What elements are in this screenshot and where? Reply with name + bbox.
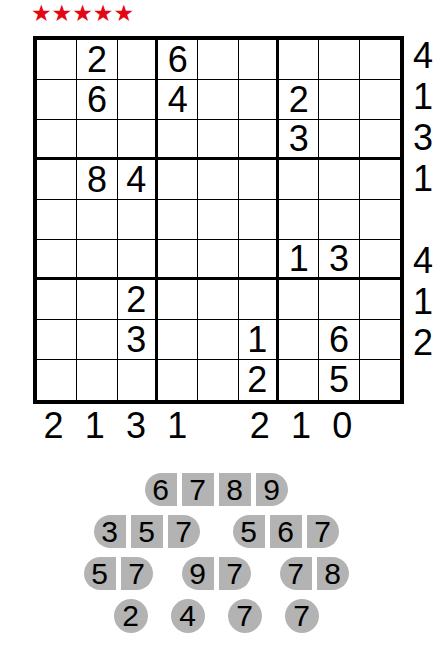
col-clue-2: 1 [74, 404, 115, 448]
cell-r4c9[interactable] [360, 160, 400, 200]
fleet-row-2: 357567 [94, 515, 339, 548]
cell-r8c5[interactable] [198, 320, 238, 360]
cell-r8c9[interactable] [360, 320, 400, 360]
cell-r2c7[interactable]: 2 [279, 80, 319, 120]
ship-segment[interactable]: 7 [280, 557, 312, 590]
ship-357: 357 [94, 515, 200, 548]
cell-r1c1[interactable] [37, 40, 77, 80]
cell-r1c5[interactable] [198, 40, 238, 80]
cell-r5c9[interactable] [360, 200, 400, 240]
ship-segment[interactable]: 7 [307, 515, 339, 548]
cell-r4c7[interactable] [279, 160, 319, 200]
fleet-row-4: 2477 [114, 599, 319, 633]
ship-segment[interactable]: 7 [219, 557, 251, 590]
cell-r9c2[interactable] [77, 360, 117, 400]
cell-r7c8[interactable] [319, 280, 359, 320]
cell-r5c4[interactable] [158, 200, 198, 240]
cell-r6c8[interactable]: 3 [319, 240, 359, 280]
cell-r3c3[interactable] [118, 120, 158, 160]
cell-r3c9[interactable] [360, 120, 400, 160]
cell-r6c6[interactable] [239, 240, 279, 280]
cell-r9c8[interactable]: 5 [319, 360, 359, 400]
ship-segment[interactable]: 5 [131, 515, 163, 548]
cell-r1c4[interactable]: 6 [158, 40, 198, 80]
cell-r6c4[interactable] [158, 240, 198, 280]
cell-r2c6[interactable] [239, 80, 279, 120]
ship-segment[interactable]: 7 [168, 515, 200, 548]
cell-r9c6[interactable]: 2 [239, 360, 279, 400]
cell-r9c4[interactable] [158, 360, 198, 400]
ship-segment[interactable]: 4 [171, 599, 205, 633]
ship-segment[interactable]: 6 [145, 473, 177, 506]
puzzle-screen: ★★★★★ 2664238413231625 4131412 2131210 6… [0, 0, 445, 652]
cell-r6c9[interactable] [360, 240, 400, 280]
cell-r2c3[interactable] [118, 80, 158, 120]
cell-r2c1[interactable] [37, 80, 77, 120]
cell-r6c5[interactable] [198, 240, 238, 280]
cell-r2c5[interactable] [198, 80, 238, 120]
row-clue-1: 4 [404, 36, 442, 77]
col-clue-8: 0 [322, 404, 363, 448]
cell-r9c5[interactable] [198, 360, 238, 400]
cell-r2c4[interactable]: 4 [158, 80, 198, 120]
cell-r3c7[interactable]: 3 [279, 120, 319, 160]
ship-7: 7 [228, 599, 262, 633]
cell-r8c1[interactable] [37, 320, 77, 360]
cell-r8c2[interactable] [77, 320, 117, 360]
cell-r7c5[interactable] [198, 280, 238, 320]
cell-r5c7[interactable] [279, 200, 319, 240]
cell-r3c5[interactable] [198, 120, 238, 160]
cell-r1c7[interactable] [279, 40, 319, 80]
row-clue-5 [404, 200, 442, 241]
cell-r8c8[interactable]: 6 [319, 320, 359, 360]
cell-r5c2[interactable] [77, 200, 117, 240]
cell-r3c6[interactable] [239, 120, 279, 160]
cell-r5c5[interactable] [198, 200, 238, 240]
cell-r4c2[interactable]: 8 [77, 160, 117, 200]
cell-r9c3[interactable] [118, 360, 158, 400]
cell-r5c1[interactable] [37, 200, 77, 240]
col-clue-6: 2 [239, 404, 280, 448]
ship-segment[interactable]: 5 [84, 557, 116, 590]
cell-r7c3[interactable]: 2 [118, 280, 158, 320]
ship-97: 97 [182, 557, 251, 590]
ship-segment[interactable]: 8 [219, 473, 251, 506]
cell-r7c7[interactable] [279, 280, 319, 320]
row-clue-3: 3 [404, 118, 442, 159]
cell-r7c2[interactable] [77, 280, 117, 320]
cell-r8c6[interactable]: 1 [239, 320, 279, 360]
ship-7: 7 [285, 599, 319, 633]
cell-r6c7[interactable]: 1 [279, 240, 319, 280]
ship-2: 2 [114, 599, 148, 633]
cell-r9c1[interactable] [37, 360, 77, 400]
fleet-row-3: 579778 [84, 557, 349, 590]
cell-r7c9[interactable] [360, 280, 400, 320]
ship-segment[interactable]: 9 [182, 557, 214, 590]
row-clue-7: 1 [404, 281, 442, 322]
ship-segment[interactable]: 9 [256, 473, 288, 506]
col-clue-5 [198, 404, 239, 448]
ship-segment[interactable]: 7 [182, 473, 214, 506]
cell-r1c9[interactable] [360, 40, 400, 80]
cell-r8c7[interactable] [279, 320, 319, 360]
ship-segment[interactable]: 7 [121, 557, 153, 590]
cell-r8c4[interactable] [158, 320, 198, 360]
cell-r1c8[interactable] [319, 40, 359, 80]
cell-r3c1[interactable] [37, 120, 77, 160]
col-clue-9 [363, 404, 404, 448]
cell-r2c8[interactable] [319, 80, 359, 120]
ship-567: 567 [233, 515, 339, 548]
col-clues: 2131210 [33, 404, 404, 448]
ship-57: 57 [84, 557, 153, 590]
cell-r5c3[interactable] [118, 200, 158, 240]
row-clue-2: 1 [404, 77, 442, 118]
cell-r3c4[interactable] [158, 120, 198, 160]
cell-r3c2[interactable] [77, 120, 117, 160]
cell-r2c2[interactable]: 6 [77, 80, 117, 120]
cell-r4c8[interactable] [319, 160, 359, 200]
ship-segment[interactable]: 2 [114, 599, 148, 633]
fleet-tray: 67893575675797782477 [0, 473, 445, 633]
ship-78: 78 [280, 557, 349, 590]
difficulty-stars: ★★★★★ [31, 2, 134, 25]
cell-r9c9[interactable] [360, 360, 400, 400]
row-clues: 4131412 [404, 36, 442, 404]
ship-segment[interactable]: 7 [285, 599, 319, 633]
cell-r7c1[interactable] [37, 280, 77, 320]
cell-r7c4[interactable] [158, 280, 198, 320]
cell-r4c5[interactable] [198, 160, 238, 200]
col-clue-7: 1 [280, 404, 321, 448]
row-clue-9 [404, 363, 442, 404]
ship-segment[interactable]: 5 [233, 515, 265, 548]
cell-r2c9[interactable] [360, 80, 400, 120]
cell-r6c3[interactable] [118, 240, 158, 280]
cell-r1c2[interactable]: 2 [77, 40, 117, 80]
cell-r5c8[interactable] [319, 200, 359, 240]
cell-r1c6[interactable] [239, 40, 279, 80]
row-clue-8: 2 [404, 322, 442, 363]
cell-r9c7[interactable] [279, 360, 319, 400]
cell-r4c3[interactable]: 4 [118, 160, 158, 200]
cell-r6c2[interactable] [77, 240, 117, 280]
ship-segment[interactable]: 7 [228, 599, 262, 633]
ship-segment[interactable]: 6 [270, 515, 302, 548]
col-clue-3: 3 [115, 404, 156, 448]
col-clue-1: 2 [33, 404, 74, 448]
ship-4: 4 [171, 599, 205, 633]
cell-r5c6[interactable] [239, 200, 279, 240]
cell-r3c8[interactable] [319, 120, 359, 160]
col-clue-4: 1 [157, 404, 198, 448]
cell-r1c3[interactable] [118, 40, 158, 80]
fleet-row-1: 6789 [145, 473, 288, 506]
cell-r4c1[interactable] [37, 160, 77, 200]
ship-segment[interactable]: 8 [317, 557, 349, 590]
cell-r7c6[interactable] [239, 280, 279, 320]
cell-r6c1[interactable] [37, 240, 77, 280]
cell-r4c4[interactable] [158, 160, 198, 200]
board: 2664238413231625 [33, 36, 404, 404]
cell-r4c6[interactable] [239, 160, 279, 200]
row-clue-6: 4 [404, 240, 442, 281]
ship-segment[interactable]: 3 [94, 515, 126, 548]
cell-r8c3[interactable]: 3 [118, 320, 158, 360]
row-clue-4: 1 [404, 159, 442, 200]
ship-6789: 6789 [145, 473, 288, 506]
